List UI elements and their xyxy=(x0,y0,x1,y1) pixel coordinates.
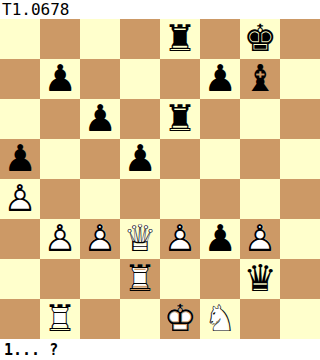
square-a1[interactable] xyxy=(0,299,40,339)
square-d3[interactable]: ♛♕ xyxy=(120,219,160,259)
square-c3[interactable]: ♟♙ xyxy=(80,219,120,259)
square-c6[interactable]: ♟ xyxy=(80,99,120,139)
square-h6[interactable] xyxy=(280,99,320,139)
square-a3[interactable] xyxy=(0,219,40,259)
square-e2[interactable] xyxy=(160,259,200,299)
square-a2[interactable] xyxy=(0,259,40,299)
piece-white-pawn: ♟♙ xyxy=(40,219,80,259)
square-g3[interactable]: ♟♙ xyxy=(240,219,280,259)
square-d2[interactable]: ♜♖ xyxy=(120,259,160,299)
piece-black-queen: ♛ xyxy=(240,259,280,299)
chess-puzzle-page: T1.0678 ♜♚♟♟♝♟♜♟♟♟♙♟♙♟♙♛♕♟♙♟♟♙♜♖♛♜♖♚♔♞♘ … xyxy=(0,0,320,360)
square-e6[interactable]: ♜ xyxy=(160,99,200,139)
square-g7[interactable]: ♝ xyxy=(240,59,280,99)
square-d7[interactable] xyxy=(120,59,160,99)
piece-white-rook: ♜♖ xyxy=(40,299,80,339)
piece-white-knight: ♞♘ xyxy=(200,299,240,339)
square-b2[interactable] xyxy=(40,259,80,299)
piece-black-rook: ♜ xyxy=(160,99,200,139)
piece-white-pawn: ♟♙ xyxy=(0,179,40,219)
square-b3[interactable]: ♟♙ xyxy=(40,219,80,259)
square-g5[interactable] xyxy=(240,139,280,179)
square-f1[interactable]: ♞♘ xyxy=(200,299,240,339)
square-f3[interactable]: ♟ xyxy=(200,219,240,259)
square-g4[interactable] xyxy=(240,179,280,219)
piece-black-pawn: ♟ xyxy=(40,59,80,99)
square-g6[interactable] xyxy=(240,99,280,139)
square-a8[interactable] xyxy=(0,19,40,59)
square-c8[interactable] xyxy=(80,19,120,59)
square-f8[interactable] xyxy=(200,19,240,59)
square-e7[interactable] xyxy=(160,59,200,99)
piece-black-king: ♚ xyxy=(240,19,280,59)
square-b7[interactable]: ♟ xyxy=(40,59,80,99)
square-c5[interactable] xyxy=(80,139,120,179)
square-b6[interactable] xyxy=(40,99,80,139)
square-b1[interactable]: ♜♖ xyxy=(40,299,80,339)
square-e8[interactable]: ♜ xyxy=(160,19,200,59)
piece-black-pawn: ♟ xyxy=(0,139,40,179)
square-c4[interactable] xyxy=(80,179,120,219)
square-g2[interactable]: ♛ xyxy=(240,259,280,299)
square-d1[interactable] xyxy=(120,299,160,339)
square-a6[interactable] xyxy=(0,99,40,139)
square-d6[interactable] xyxy=(120,99,160,139)
piece-white-pawn: ♟♙ xyxy=(160,219,200,259)
square-f6[interactable] xyxy=(200,99,240,139)
square-c1[interactable] xyxy=(80,299,120,339)
square-a4[interactable]: ♟♙ xyxy=(0,179,40,219)
square-h5[interactable] xyxy=(280,139,320,179)
piece-white-rook: ♜♖ xyxy=(120,259,160,299)
chess-board: ♜♚♟♟♝♟♜♟♟♟♙♟♙♟♙♛♕♟♙♟♟♙♜♖♛♜♖♚♔♞♘ xyxy=(0,19,320,339)
square-b8[interactable] xyxy=(40,19,80,59)
move-prompt: 1... ? xyxy=(0,339,320,360)
square-h7[interactable] xyxy=(280,59,320,99)
square-e3[interactable]: ♟♙ xyxy=(160,219,200,259)
square-c7[interactable] xyxy=(80,59,120,99)
square-d5[interactable]: ♟ xyxy=(120,139,160,179)
piece-white-queen: ♛♕ xyxy=(120,219,160,259)
piece-black-pawn: ♟ xyxy=(200,59,240,99)
square-h1[interactable] xyxy=(280,299,320,339)
square-d8[interactable] xyxy=(120,19,160,59)
piece-white-king: ♚♔ xyxy=(160,299,200,339)
piece-white-pawn: ♟♙ xyxy=(240,219,280,259)
square-g8[interactable]: ♚ xyxy=(240,19,280,59)
piece-black-pawn: ♟ xyxy=(200,219,240,259)
square-b5[interactable] xyxy=(40,139,80,179)
square-a7[interactable] xyxy=(0,59,40,99)
square-e4[interactable] xyxy=(160,179,200,219)
piece-black-rook: ♜ xyxy=(160,19,200,59)
piece-black-pawn: ♟ xyxy=(80,99,120,139)
square-f4[interactable] xyxy=(200,179,240,219)
piece-black-bishop: ♝ xyxy=(240,59,280,99)
square-h4[interactable] xyxy=(280,179,320,219)
square-f5[interactable] xyxy=(200,139,240,179)
square-a5[interactable]: ♟ xyxy=(0,139,40,179)
square-f2[interactable] xyxy=(200,259,240,299)
piece-black-pawn: ♟ xyxy=(120,139,160,179)
square-f7[interactable]: ♟ xyxy=(200,59,240,99)
square-h3[interactable] xyxy=(280,219,320,259)
square-d4[interactable] xyxy=(120,179,160,219)
square-e1[interactable]: ♚♔ xyxy=(160,299,200,339)
square-b4[interactable] xyxy=(40,179,80,219)
square-g1[interactable] xyxy=(240,299,280,339)
square-h8[interactable] xyxy=(280,19,320,59)
piece-white-pawn: ♟♙ xyxy=(80,219,120,259)
square-e5[interactable] xyxy=(160,139,200,179)
square-c2[interactable] xyxy=(80,259,120,299)
square-h2[interactable] xyxy=(280,259,320,299)
